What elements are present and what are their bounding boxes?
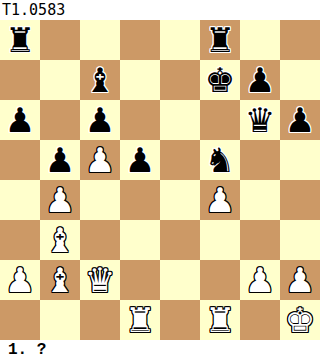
square-d7[interactable] [120, 60, 160, 100]
square-b1[interactable] [40, 300, 80, 340]
black-pawn-icon: ♟ [85, 100, 115, 140]
square-e7[interactable] [160, 60, 200, 100]
puzzle-title: T1.0583 [0, 0, 320, 20]
square-e4[interactable] [160, 180, 200, 220]
square-d5[interactable]: ♟ [120, 140, 160, 180]
white-pawn-icon: ♟ [45, 180, 75, 220]
square-e1[interactable] [160, 300, 200, 340]
square-f3[interactable] [200, 220, 240, 260]
square-d4[interactable] [120, 180, 160, 220]
square-a8[interactable]: ♜ [0, 20, 40, 60]
move-prompt: 1. ? [0, 340, 320, 360]
square-f6[interactable] [200, 100, 240, 140]
square-h7[interactable] [280, 60, 320, 100]
square-e6[interactable] [160, 100, 200, 140]
white-bishop-icon: ♝ [45, 260, 75, 300]
square-g8[interactable] [240, 20, 280, 60]
square-a5[interactable] [0, 140, 40, 180]
square-g6[interactable]: ♛ [240, 100, 280, 140]
white-bishop-icon: ♝ [45, 220, 75, 260]
square-e8[interactable] [160, 20, 200, 60]
square-g3[interactable] [240, 220, 280, 260]
square-e5[interactable] [160, 140, 200, 180]
square-g2[interactable]: ♟ [240, 260, 280, 300]
square-g1[interactable] [240, 300, 280, 340]
black-pawn-icon: ♟ [5, 100, 35, 140]
black-knight-icon: ♞ [205, 140, 235, 180]
square-h2[interactable]: ♟ [280, 260, 320, 300]
black-king-icon: ♚ [205, 60, 235, 100]
white-rook-icon: ♜ [125, 300, 155, 340]
square-g5[interactable] [240, 140, 280, 180]
square-c3[interactable] [80, 220, 120, 260]
square-f8[interactable]: ♜ [200, 20, 240, 60]
chess-puzzle-page: T1.0583 ♜♜♝♚♟♟♟♛♟♟♟♟♞♟♟♝♟♝♛♟♟♜♜♚ 1. ? [0, 0, 320, 360]
square-b2[interactable]: ♝ [40, 260, 80, 300]
white-pawn-icon: ♟ [245, 260, 275, 300]
square-h6[interactable]: ♟ [280, 100, 320, 140]
square-d3[interactable] [120, 220, 160, 260]
square-e2[interactable] [160, 260, 200, 300]
square-d8[interactable] [120, 20, 160, 60]
black-pawn-icon: ♟ [285, 100, 315, 140]
black-bishop-icon: ♝ [85, 60, 115, 100]
square-f7[interactable]: ♚ [200, 60, 240, 100]
square-b3[interactable]: ♝ [40, 220, 80, 260]
square-f4[interactable]: ♟ [200, 180, 240, 220]
square-b5[interactable]: ♟ [40, 140, 80, 180]
square-a3[interactable] [0, 220, 40, 260]
square-b6[interactable] [40, 100, 80, 140]
black-pawn-icon: ♟ [245, 60, 275, 100]
square-h8[interactable] [280, 20, 320, 60]
square-h5[interactable] [280, 140, 320, 180]
square-c8[interactable] [80, 20, 120, 60]
square-c5[interactable]: ♟ [80, 140, 120, 180]
white-queen-icon: ♛ [85, 260, 115, 300]
square-a7[interactable] [0, 60, 40, 100]
square-a6[interactable]: ♟ [0, 100, 40, 140]
black-queen-icon: ♛ [245, 100, 275, 140]
black-rook-icon: ♜ [205, 20, 235, 60]
square-a1[interactable] [0, 300, 40, 340]
square-h3[interactable] [280, 220, 320, 260]
square-c7[interactable]: ♝ [80, 60, 120, 100]
square-f5[interactable]: ♞ [200, 140, 240, 180]
white-pawn-icon: ♟ [205, 180, 235, 220]
white-rook-icon: ♜ [205, 300, 235, 340]
white-pawn-icon: ♟ [5, 260, 35, 300]
square-c4[interactable] [80, 180, 120, 220]
square-b7[interactable] [40, 60, 80, 100]
square-h1[interactable]: ♚ [280, 300, 320, 340]
white-king-icon: ♚ [285, 300, 315, 340]
square-c1[interactable] [80, 300, 120, 340]
square-c2[interactable]: ♛ [80, 260, 120, 300]
square-d6[interactable] [120, 100, 160, 140]
square-e3[interactable] [160, 220, 200, 260]
square-a2[interactable]: ♟ [0, 260, 40, 300]
white-pawn-icon: ♟ [85, 140, 115, 180]
square-c6[interactable]: ♟ [80, 100, 120, 140]
square-d2[interactable] [120, 260, 160, 300]
black-pawn-icon: ♟ [45, 140, 75, 180]
square-f1[interactable]: ♜ [200, 300, 240, 340]
square-a4[interactable] [0, 180, 40, 220]
black-pawn-icon: ♟ [125, 140, 155, 180]
black-rook-icon: ♜ [5, 20, 35, 60]
chess-board: ♜♜♝♚♟♟♟♛♟♟♟♟♞♟♟♝♟♝♛♟♟♜♜♚ [0, 20, 320, 340]
square-b8[interactable] [40, 20, 80, 60]
square-b4[interactable]: ♟ [40, 180, 80, 220]
square-g7[interactable]: ♟ [240, 60, 280, 100]
square-d1[interactable]: ♜ [120, 300, 160, 340]
square-g4[interactable] [240, 180, 280, 220]
white-pawn-icon: ♟ [285, 260, 315, 300]
square-h4[interactable] [280, 180, 320, 220]
square-f2[interactable] [200, 260, 240, 300]
